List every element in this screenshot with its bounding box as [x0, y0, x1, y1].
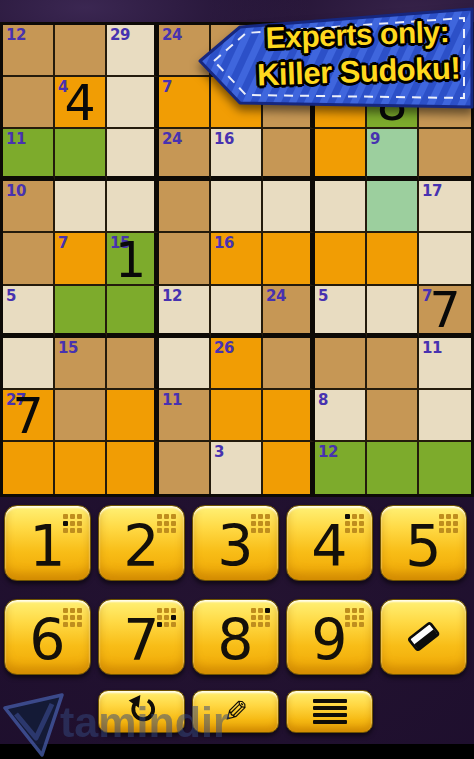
cell-r9c9[interactable] — [419, 442, 471, 494]
cell-r3c9[interactable] — [419, 129, 471, 181]
dot — [171, 615, 176, 620]
dot — [359, 615, 364, 620]
remaining-dots-grid — [439, 514, 458, 533]
cage-clue: 11 — [162, 391, 182, 409]
cell-r8c4[interactable]: 11 — [159, 390, 211, 442]
dot — [70, 622, 75, 627]
dot — [258, 608, 263, 613]
cage-clue: 8 — [318, 391, 328, 409]
keypad-row-2: 6789 — [0, 599, 474, 675]
cage-clue: 24 — [266, 287, 286, 305]
cell-digit: 4 — [55, 77, 105, 127]
dot — [453, 514, 458, 519]
keypad-row-1: 12345 — [0, 505, 474, 581]
dot — [345, 608, 350, 613]
dot — [258, 622, 263, 627]
dot — [446, 514, 451, 519]
cell-r3c2[interactable] — [55, 129, 107, 181]
dot — [171, 514, 176, 519]
cell-r4c2[interactable] — [55, 181, 107, 233]
cell-r7c4[interactable] — [159, 338, 211, 390]
cell-r3c5[interactable]: 16 — [211, 129, 263, 181]
dot — [265, 528, 270, 533]
cell-r4c7[interactable] — [315, 181, 367, 233]
dot — [70, 528, 75, 533]
cage-clue: 7 — [162, 78, 172, 96]
cell-r4c8[interactable] — [367, 181, 419, 233]
cell-r5c1[interactable] — [3, 233, 55, 285]
cell-r5c2[interactable]: 7 — [55, 233, 107, 285]
dot — [157, 608, 162, 613]
cell-r8c9[interactable] — [419, 390, 471, 442]
dot — [164, 622, 169, 627]
dot — [265, 622, 270, 627]
dot — [439, 514, 444, 519]
cell-r8c1[interactable]: 277 — [3, 390, 55, 442]
dot — [345, 521, 350, 526]
dot — [77, 608, 82, 613]
dot — [77, 622, 82, 627]
remaining-dots-grid — [157, 608, 176, 627]
cell-r9c7[interactable]: 12 — [315, 442, 367, 494]
dot — [164, 608, 169, 613]
cage-clue: 10 — [6, 182, 26, 200]
dot — [258, 521, 263, 526]
dot — [171, 528, 176, 533]
dot — [251, 528, 256, 533]
dot — [446, 528, 451, 533]
cage-clue: 24 — [162, 130, 182, 148]
dot — [63, 622, 68, 627]
cell-r9c3[interactable] — [107, 442, 159, 494]
dot — [265, 608, 270, 613]
dot — [352, 514, 357, 519]
cell-r7c1[interactable] — [3, 338, 55, 390]
cell-digit: 7 — [3, 390, 53, 440]
remaining-dots-grid — [63, 608, 82, 627]
dot — [164, 528, 169, 533]
cell-r8c7[interactable]: 8 — [315, 390, 367, 442]
undo-icon — [126, 694, 158, 730]
cage-clue: 16 — [214, 130, 234, 148]
cell-r9c8[interactable] — [367, 442, 419, 494]
cage-clue: 16 — [214, 234, 234, 252]
number-key-7[interactable]: 7 — [98, 599, 185, 675]
dot — [63, 521, 68, 526]
eraser-icon — [381, 600, 466, 674]
dot — [63, 514, 68, 519]
cell-r3c4[interactable]: 24 — [159, 129, 211, 181]
cell-digit: 7 — [419, 286, 471, 333]
dot — [157, 514, 162, 519]
dot — [164, 514, 169, 519]
cage-clue: 12 — [6, 26, 26, 44]
cell-r7c6[interactable] — [263, 338, 315, 390]
dot — [157, 521, 162, 526]
dot — [453, 528, 458, 533]
dot — [359, 622, 364, 627]
cell-r5c9[interactable] — [419, 233, 471, 285]
cell-r3c1[interactable]: 11 — [3, 129, 55, 181]
cell-r1c1[interactable]: 12 — [3, 25, 55, 77]
promo-banner[interactable]: Experts only: Killer Sudoku! — [196, 3, 474, 115]
dot — [345, 615, 350, 620]
cell-r7c5[interactable]: 26 — [211, 338, 263, 390]
cell-r9c4[interactable] — [159, 442, 211, 494]
cage-clue: 26 — [214, 339, 234, 357]
cell-r8c8[interactable] — [367, 390, 419, 442]
number-key-6[interactable]: 6 — [4, 599, 91, 675]
cell-r6c8[interactable] — [367, 286, 419, 338]
dot — [251, 622, 256, 627]
menu-button[interactable] — [286, 690, 373, 733]
cage-clue: 24 — [162, 26, 182, 44]
dot — [453, 521, 458, 526]
dot — [446, 521, 451, 526]
cell-r6c7[interactable]: 5 — [315, 286, 367, 338]
cell-r7c8[interactable] — [367, 338, 419, 390]
cell-r4c5[interactable] — [211, 181, 263, 233]
dot — [70, 615, 75, 620]
cell-r2c3[interactable] — [107, 77, 159, 129]
dot — [258, 528, 263, 533]
pencil-button[interactable]: ✎ — [192, 690, 279, 733]
dot — [352, 528, 357, 533]
dot — [352, 615, 357, 620]
cage-clue: 12 — [162, 287, 182, 305]
dot — [171, 521, 176, 526]
toolbar: ✎ — [98, 690, 373, 733]
cell-r3c7[interactable] — [315, 129, 367, 181]
number-key-8[interactable]: 8 — [192, 599, 279, 675]
remaining-dots-grid — [251, 608, 270, 627]
number-key-9[interactable]: 9 — [286, 599, 373, 675]
remaining-dots-grid — [157, 514, 176, 533]
cell-r4c9[interactable]: 17 — [419, 181, 471, 233]
cell-r5c3[interactable]: 151 — [107, 233, 159, 285]
dot — [359, 514, 364, 519]
cell-r6c4[interactable]: 12 — [159, 286, 211, 338]
dot — [345, 514, 350, 519]
cell-r9c6[interactable] — [263, 442, 315, 494]
number-key-1[interactable]: 1 — [4, 505, 91, 581]
dot — [77, 615, 82, 620]
cell-r5c4[interactable] — [159, 233, 211, 285]
cage-clue: 7 — [58, 234, 68, 252]
bottom-bar — [0, 744, 474, 759]
cage-clue: 5 — [318, 287, 328, 305]
dot — [251, 514, 256, 519]
dot — [63, 615, 68, 620]
cage-clue: 12 — [318, 443, 338, 461]
cell-r8c2[interactable] — [55, 390, 107, 442]
cell-r3c3[interactable] — [107, 129, 159, 181]
dot — [258, 514, 263, 519]
remaining-dots-grid — [345, 608, 364, 627]
cell-r3c6[interactable] — [263, 129, 315, 181]
dot — [70, 514, 75, 519]
dot — [352, 608, 357, 613]
dot — [63, 608, 68, 613]
dot — [157, 528, 162, 533]
cell-r7c3[interactable] — [107, 338, 159, 390]
cell-r6c6[interactable]: 24 — [263, 286, 315, 338]
dot — [258, 615, 263, 620]
cell-r9c2[interactable] — [55, 442, 107, 494]
cell-r8c5[interactable] — [211, 390, 263, 442]
cell-r6c2[interactable] — [55, 286, 107, 338]
dot — [265, 615, 270, 620]
cell-r2c2[interactable]: 44 — [55, 77, 107, 129]
cell-r4c3[interactable] — [107, 181, 159, 233]
cell-r1c2[interactable] — [55, 25, 107, 77]
dot — [345, 622, 350, 627]
dot — [359, 608, 364, 613]
dot — [265, 521, 270, 526]
cell-r7c9[interactable]: 11 — [419, 338, 471, 390]
cell-r6c5[interactable] — [211, 286, 263, 338]
pencil-icon: ✎ — [223, 697, 248, 727]
cage-clue: 9 — [370, 130, 380, 148]
cell-r4c6[interactable] — [263, 181, 315, 233]
dot — [352, 521, 357, 526]
cell-r4c1[interactable]: 10 — [3, 181, 55, 233]
cell-r8c3[interactable] — [107, 390, 159, 442]
cell-r4c4[interactable] — [159, 181, 211, 233]
cell-r3c8[interactable]: 9 — [367, 129, 419, 181]
dot — [359, 528, 364, 533]
cage-clue: 17 — [422, 182, 442, 200]
dot — [359, 521, 364, 526]
cell-r5c6[interactable] — [263, 233, 315, 285]
cell-r5c8[interactable] — [367, 233, 419, 285]
number-key-2[interactable]: 2 — [98, 505, 185, 581]
banner-text: Experts only: Killer Sudoku! — [247, 12, 469, 94]
cage-clue: 29 — [110, 26, 130, 44]
dot — [345, 528, 350, 533]
cage-clue: 11 — [6, 130, 26, 148]
cell-r9c1[interactable] — [3, 442, 55, 494]
eraser-button[interactable] — [380, 599, 467, 675]
undo-button[interactable] — [98, 690, 185, 733]
number-key-4[interactable]: 4 — [286, 505, 373, 581]
dot — [77, 521, 82, 526]
remaining-dots-grid — [251, 514, 270, 533]
dot — [251, 521, 256, 526]
dot — [157, 615, 162, 620]
banner-line-2: Killer Sudoku! — [248, 49, 469, 94]
dot — [439, 521, 444, 526]
remaining-dots-grid — [345, 514, 364, 533]
dot — [70, 608, 75, 613]
killer-sudoku-screen: 1229244478112416910177151165122457715261… — [0, 0, 474, 759]
number-key-3[interactable]: 3 — [192, 505, 279, 581]
dot — [164, 521, 169, 526]
number-key-5[interactable]: 5 — [380, 505, 467, 581]
menu-icon — [313, 699, 347, 724]
cell-digit: 1 — [107, 233, 154, 283]
cell-r5c5[interactable]: 16 — [211, 233, 263, 285]
dot — [63, 528, 68, 533]
dot — [171, 622, 176, 627]
remaining-dots-grid — [63, 514, 82, 533]
dot — [251, 608, 256, 613]
dot — [171, 608, 176, 613]
cage-clue: 3 — [214, 443, 224, 461]
cell-r7c2[interactable]: 15 — [55, 338, 107, 390]
cell-r7c7[interactable] — [315, 338, 367, 390]
dot — [77, 528, 82, 533]
cell-r6c9[interactable]: 77 — [419, 286, 471, 338]
cell-r6c3[interactable] — [107, 286, 159, 338]
cage-clue: 11 — [422, 339, 442, 357]
cell-r1c3[interactable]: 29 — [107, 25, 159, 77]
dot — [164, 615, 169, 620]
dot — [265, 514, 270, 519]
dot — [77, 514, 82, 519]
cell-r9c5[interactable]: 3 — [211, 442, 263, 494]
cage-clue: 5 — [6, 287, 16, 305]
dot — [352, 622, 357, 627]
dot — [251, 615, 256, 620]
cell-r2c1[interactable] — [3, 77, 55, 129]
cage-clue: 15 — [58, 339, 78, 357]
dot — [439, 528, 444, 533]
dot — [157, 622, 162, 627]
cell-r8c6[interactable] — [263, 390, 315, 442]
cell-r5c7[interactable] — [315, 233, 367, 285]
dot — [70, 521, 75, 526]
cell-r6c1[interactable]: 5 — [3, 286, 55, 338]
